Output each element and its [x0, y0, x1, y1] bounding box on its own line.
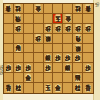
gote-piece-8a: 桂 — [14, 4, 22, 13]
square-9b[interactable] — [4, 14, 14, 24]
square-8h[interactable] — [14, 73, 24, 83]
sente-piece-9i: 香 — [4, 84, 12, 93]
gote-piece-9a: 香 — [4, 4, 12, 13]
square-1f[interactable] — [83, 53, 93, 63]
square-4f[interactable]: 歩 — [53, 53, 63, 63]
square-5d[interactable]: 銀 — [44, 34, 54, 44]
square-9d[interactable] — [4, 34, 14, 44]
square-6f[interactable] — [34, 53, 44, 63]
square-6a[interactable]: 金 — [34, 4, 44, 14]
square-7g[interactable]: 歩 — [24, 63, 34, 73]
square-8i[interactable]: 桂 — [14, 83, 24, 93]
gote-piece-4c: 歩 — [54, 24, 62, 33]
square-3i[interactable] — [63, 83, 73, 93]
sente-piece-4f: 歩 — [54, 54, 62, 63]
square-2g[interactable] — [73, 63, 83, 73]
sente-piece-2i: 桂 — [74, 84, 82, 93]
gote-piece-5d: 銀 — [44, 34, 52, 43]
gote-piece-8c: 歩 — [14, 24, 22, 33]
square-8b[interactable]: 飛 — [14, 14, 24, 24]
square-9f[interactable] — [4, 53, 14, 63]
square-3d[interactable] — [63, 34, 73, 44]
square-2e[interactable]: 銀 — [73, 44, 83, 54]
gote-piece-2e: 銀 — [74, 44, 82, 53]
square-6h[interactable] — [34, 73, 44, 83]
gote-piece-2c: 歩 — [74, 24, 82, 33]
square-4g[interactable] — [53, 63, 63, 73]
gote-piece-4b: 玉 — [54, 14, 62, 23]
gote-piece-6a: 金 — [34, 4, 42, 13]
sente-piece-5i: 玉 — [44, 84, 52, 93]
sente-piece-4i: 金 — [54, 84, 62, 93]
square-3f[interactable]: 歩 — [63, 53, 73, 63]
square-1g[interactable]: 歩 — [83, 63, 93, 73]
sente-piece-5f: 銀 — [44, 54, 52, 63]
gote-piece-6d: 歩 — [34, 34, 42, 43]
sente-piece-1g: 歩 — [84, 63, 92, 72]
square-2i[interactable]: 桂 — [73, 83, 83, 93]
square-8d[interactable] — [14, 34, 24, 44]
square-6d[interactable]: 歩 — [34, 34, 44, 44]
square-7b[interactable] — [24, 14, 34, 24]
square-3a[interactable] — [63, 4, 73, 14]
square-5e[interactable] — [44, 44, 54, 54]
square-8c[interactable]: 歩 — [14, 24, 24, 34]
square-9e[interactable] — [4, 44, 14, 54]
square-5g[interactable]: 歩 — [44, 63, 54, 73]
square-4d[interactable] — [53, 34, 63, 44]
square-1c[interactable]: 歩 — [83, 24, 93, 34]
square-7h[interactable]: 金 — [24, 73, 34, 83]
square-8f[interactable] — [14, 53, 24, 63]
square-2a[interactable]: 桂 — [73, 4, 83, 14]
square-2b[interactable] — [73, 14, 83, 24]
gote-piece-stand: 歩 — [93, 0, 100, 100]
square-9g[interactable]: 歩 — [4, 63, 14, 73]
shogi-board: 香桂金桂香飛玉金歩歩歩歩歩歩歩銀角角銀銀歩歩歩歩歩歩歩銀歩金飛香桂玉金桂香 — [3, 3, 94, 94]
gote-piece-2a: 桂 — [74, 4, 82, 13]
sente-piece-8g: 歩 — [14, 63, 22, 72]
square-1a[interactable]: 香 — [83, 4, 93, 14]
square-6b[interactable] — [34, 14, 44, 24]
square-1h[interactable] — [83, 73, 93, 83]
sente-piece-2h: 飛 — [74, 73, 82, 82]
square-9a[interactable]: 香 — [4, 4, 14, 14]
square-3g[interactable]: 銀 — [63, 63, 73, 73]
square-4i[interactable]: 金 — [53, 83, 63, 93]
square-7d[interactable] — [24, 34, 34, 44]
square-2c[interactable]: 歩 — [73, 24, 83, 34]
gote-piece-5c: 歩 — [44, 24, 52, 33]
square-7f[interactable] — [24, 53, 34, 63]
square-3e[interactable] — [63, 44, 73, 54]
gote-piece-2d: 角 — [74, 34, 82, 43]
square-5b[interactable] — [44, 14, 54, 24]
square-5h[interactable] — [44, 73, 54, 83]
square-2f[interactable]: 歩 — [73, 53, 83, 63]
square-4b[interactable]: 玉 — [53, 14, 63, 24]
square-5a[interactable] — [44, 4, 54, 14]
square-1d[interactable] — [83, 34, 93, 44]
square-3c[interactable]: 歩 — [63, 24, 73, 34]
sente-piece-9g: 歩 — [4, 63, 12, 72]
square-8e[interactable]: 角 — [14, 44, 24, 54]
square-4c[interactable]: 歩 — [53, 24, 63, 34]
square-5f[interactable]: 銀 — [44, 53, 54, 63]
square-2d[interactable]: 角 — [73, 34, 83, 44]
gote-piece-1a: 香 — [84, 4, 92, 13]
square-2h[interactable]: 飛 — [73, 73, 83, 83]
square-5i[interactable]: 玉 — [44, 83, 54, 93]
sente-piece-7h: 金 — [24, 73, 32, 82]
sente-piece-5g: 歩 — [44, 63, 52, 72]
square-3b[interactable]: 金 — [63, 14, 73, 24]
sente-piece-3g: 銀 — [64, 63, 72, 72]
sente-piece-8i: 桂 — [14, 84, 22, 93]
gote-piece-3b: 金 — [64, 14, 72, 23]
sente-piece-1i: 香 — [84, 84, 92, 93]
square-9h[interactable] — [4, 73, 14, 83]
square-6c[interactable] — [34, 24, 44, 34]
sente-piece-2f: 歩 — [74, 54, 82, 63]
square-4a[interactable] — [53, 4, 63, 14]
square-6i[interactable] — [34, 83, 44, 93]
square-1b[interactable] — [83, 14, 93, 24]
square-7c[interactable] — [24, 24, 34, 34]
square-6e[interactable] — [34, 44, 44, 54]
square-5c[interactable]: 歩 — [44, 24, 54, 34]
gote-piece-3c: 歩 — [64, 24, 72, 33]
sente-piece-7g: 歩 — [24, 63, 32, 72]
square-9i[interactable]: 香 — [4, 83, 14, 93]
square-6g[interactable] — [34, 63, 44, 73]
square-9c[interactable] — [4, 24, 14, 34]
square-4h[interactable] — [53, 73, 63, 83]
square-1i[interactable]: 香 — [83, 83, 93, 93]
square-7i[interactable] — [24, 83, 34, 93]
gote-piece-1c: 歩 — [84, 24, 92, 33]
square-1e[interactable] — [83, 44, 93, 54]
square-8g[interactable]: 歩 — [14, 63, 24, 73]
sente-piece-3f: 歩 — [64, 54, 72, 63]
square-7e[interactable] — [24, 44, 34, 54]
shogi-app-background: 歩 歩 歩 香桂金桂香飛玉金歩歩歩歩歩歩歩銀角角銀銀歩歩歩歩歩歩歩銀歩金飛香桂玉… — [0, 0, 100, 100]
square-8a[interactable]: 桂 — [14, 4, 24, 14]
sente-piece-8e: 角 — [14, 44, 22, 53]
gote-piece-8b: 飛 — [14, 14, 22, 23]
square-4e[interactable] — [53, 44, 63, 54]
square-3h[interactable] — [63, 73, 73, 83]
gote-hand-pieces[interactable]: 歩 — [94, 2, 100, 7]
square-7a[interactable] — [24, 4, 34, 14]
